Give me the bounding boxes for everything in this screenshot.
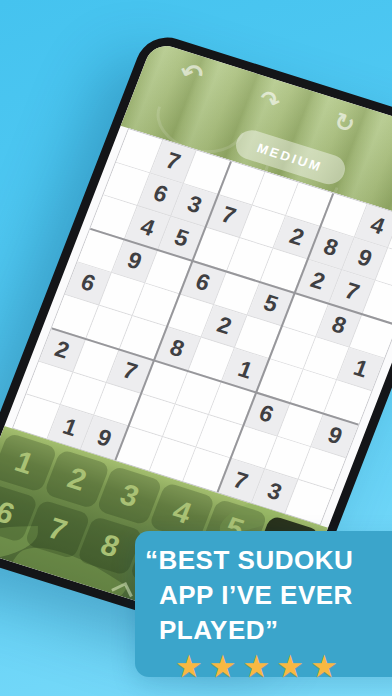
five-star-rating: ★★★★★ (175, 649, 392, 683)
quote-line-3: PLAYED” (159, 613, 392, 648)
review-quote-text: “BEST SUDOKU APP I’VE EVER PLAYED” (135, 531, 392, 648)
restart-icon[interactable]: ↻ (331, 109, 359, 137)
quote-line-2: APP I’VE EVER (159, 578, 392, 613)
marketing-screenshot: ↶ ↷ ↻ MEDIUM 746372894527965862181276919… (0, 0, 392, 696)
redo-icon[interactable]: ↷ (256, 86, 284, 114)
undo-icon[interactable]: ↶ (176, 59, 206, 88)
review-quote-card: “BEST SUDOKU APP I’VE EVER PLAYED” ★★★★★ (135, 531, 392, 677)
quote-line-1: “BEST SUDOKU (145, 543, 392, 578)
difficulty-label: MEDIUM (255, 140, 325, 174)
